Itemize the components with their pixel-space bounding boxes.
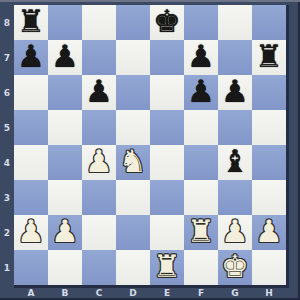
square-d5[interactable] xyxy=(116,110,150,145)
square-d7[interactable] xyxy=(116,40,150,75)
file-label-c: C xyxy=(82,287,116,299)
black-rook[interactable]: ♜ xyxy=(17,6,45,37)
rank-label-3: 3 xyxy=(0,180,14,215)
square-g8[interactable] xyxy=(218,5,252,40)
square-b8[interactable] xyxy=(48,5,82,40)
file-label-h: H xyxy=(252,287,286,299)
square-a2[interactable]: ♟ xyxy=(14,215,48,250)
rank-label-8: 8 xyxy=(0,5,14,40)
square-c6[interactable]: ♟ xyxy=(82,75,116,110)
square-a5[interactable] xyxy=(14,110,48,145)
square-c7[interactable] xyxy=(82,40,116,75)
rank-label-7: 7 xyxy=(0,40,14,75)
square-f2[interactable]: ♜ xyxy=(184,215,218,250)
square-g1[interactable]: ♚ xyxy=(218,250,252,285)
rank-label-4: 4 xyxy=(0,145,14,180)
square-h2[interactable]: ♟ xyxy=(252,215,286,250)
square-h4[interactable] xyxy=(252,145,286,180)
square-d2[interactable] xyxy=(116,215,150,250)
square-h1[interactable] xyxy=(252,250,286,285)
square-d4[interactable]: ♞ xyxy=(116,145,150,180)
square-g2[interactable]: ♟ xyxy=(218,215,252,250)
file-label-g: G xyxy=(218,287,252,299)
square-b1[interactable] xyxy=(48,250,82,285)
file-label-b: B xyxy=(48,287,82,299)
square-g4[interactable]: ♝ xyxy=(218,145,252,180)
board: ♜♚♟♟♟♜♟♟♟♟♞♝♟♟♜♟♟♜♚ xyxy=(14,5,286,285)
rank-label-6: 6 xyxy=(0,75,14,110)
square-d6[interactable] xyxy=(116,75,150,110)
square-h3[interactable] xyxy=(252,180,286,215)
square-a3[interactable] xyxy=(14,180,48,215)
square-b2[interactable]: ♟ xyxy=(48,215,82,250)
black-king[interactable]: ♚ xyxy=(153,6,181,37)
square-g3[interactable] xyxy=(218,180,252,215)
square-f4[interactable] xyxy=(184,145,218,180)
rank-label-2: 2 xyxy=(0,215,14,250)
black-pawn[interactable]: ♟ xyxy=(17,41,45,72)
file-label-a: A xyxy=(14,287,48,299)
square-c4[interactable]: ♟ xyxy=(82,145,116,180)
square-a4[interactable] xyxy=(14,145,48,180)
square-c3[interactable] xyxy=(82,180,116,215)
white-king[interactable]: ♚ xyxy=(221,251,249,282)
square-g6[interactable]: ♟ xyxy=(218,75,252,110)
white-pawn[interactable]: ♟ xyxy=(85,146,113,177)
square-a7[interactable]: ♟ xyxy=(14,40,48,75)
square-h8[interactable] xyxy=(252,5,286,40)
square-c1[interactable] xyxy=(82,250,116,285)
square-a1[interactable] xyxy=(14,250,48,285)
square-b7[interactable]: ♟ xyxy=(48,40,82,75)
chessboard-frame: ♜♚♟♟♟♜♟♟♟♟♞♝♟♟♜♟♟♜♚ 87654321 ABCDEFGH xyxy=(0,0,300,300)
square-e3[interactable] xyxy=(150,180,184,215)
white-pawn[interactable]: ♟ xyxy=(51,216,79,247)
file-label-e: E xyxy=(150,287,184,299)
black-pawn[interactable]: ♟ xyxy=(221,76,249,107)
rank-label-1: 1 xyxy=(0,250,14,285)
square-d1[interactable] xyxy=(116,250,150,285)
square-d3[interactable] xyxy=(116,180,150,215)
square-c2[interactable] xyxy=(82,215,116,250)
square-e7[interactable] xyxy=(150,40,184,75)
white-rook[interactable]: ♜ xyxy=(153,251,181,282)
square-e4[interactable] xyxy=(150,145,184,180)
square-c8[interactable] xyxy=(82,5,116,40)
white-pawn[interactable]: ♟ xyxy=(221,216,249,247)
square-d8[interactable] xyxy=(116,5,150,40)
square-b3[interactable] xyxy=(48,180,82,215)
square-c5[interactable] xyxy=(82,110,116,145)
square-f8[interactable] xyxy=(184,5,218,40)
black-pawn[interactable]: ♟ xyxy=(51,41,79,72)
square-a6[interactable] xyxy=(14,75,48,110)
square-g7[interactable] xyxy=(218,40,252,75)
white-rook[interactable]: ♜ xyxy=(187,216,215,247)
square-f3[interactable] xyxy=(184,180,218,215)
square-e2[interactable] xyxy=(150,215,184,250)
black-pawn[interactable]: ♟ xyxy=(187,41,215,72)
square-h6[interactable] xyxy=(252,75,286,110)
rank-label-5: 5 xyxy=(0,110,14,145)
square-g5[interactable] xyxy=(218,110,252,145)
square-a8[interactable]: ♜ xyxy=(14,5,48,40)
square-h7[interactable]: ♜ xyxy=(252,40,286,75)
square-f5[interactable] xyxy=(184,110,218,145)
black-rook[interactable]: ♜ xyxy=(255,41,283,72)
file-label-f: F xyxy=(184,287,218,299)
square-f1[interactable] xyxy=(184,250,218,285)
black-pawn[interactable]: ♟ xyxy=(187,76,215,107)
square-f6[interactable]: ♟ xyxy=(184,75,218,110)
white-pawn[interactable]: ♟ xyxy=(255,216,283,247)
square-h5[interactable] xyxy=(252,110,286,145)
white-pawn[interactable]: ♟ xyxy=(17,216,45,247)
square-e1[interactable]: ♜ xyxy=(150,250,184,285)
black-pawn[interactable]: ♟ xyxy=(85,76,113,107)
square-e6[interactable] xyxy=(150,75,184,110)
square-b5[interactable] xyxy=(48,110,82,145)
square-b6[interactable] xyxy=(48,75,82,110)
square-b4[interactable] xyxy=(48,145,82,180)
black-bishop[interactable]: ♝ xyxy=(221,146,249,177)
board-shadow-right xyxy=(286,5,289,288)
square-e8[interactable]: ♚ xyxy=(150,5,184,40)
square-e5[interactable] xyxy=(150,110,184,145)
square-f7[interactable]: ♟ xyxy=(184,40,218,75)
white-knight[interactable]: ♞ xyxy=(119,146,147,177)
file-label-d: D xyxy=(116,287,150,299)
